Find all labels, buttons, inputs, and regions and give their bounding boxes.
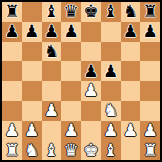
square-a3[interactable] bbox=[2, 101, 22, 121]
square-b3[interactable] bbox=[22, 101, 42, 121]
square-g8[interactable]: ♞ bbox=[121, 2, 141, 22]
square-d4[interactable] bbox=[61, 81, 81, 101]
black-pawn[interactable]: ♟ bbox=[103, 62, 118, 79]
square-d8[interactable]: ♛ bbox=[61, 2, 81, 22]
square-c1[interactable]: ♝ bbox=[42, 140, 62, 160]
square-c7[interactable]: ♟ bbox=[42, 22, 62, 42]
black-bishop[interactable]: ♝ bbox=[103, 3, 118, 20]
white-rook[interactable]: ♜ bbox=[4, 141, 19, 158]
chess-board: ♜♝♛♚♝♞♜♟♟♟♟♟♟♞♟♟♟♟♞♟♟♟♟♟♟♜♞♝♛♚♝♜ bbox=[2, 2, 160, 160]
square-h3[interactable] bbox=[140, 101, 160, 121]
square-f2[interactable]: ♟ bbox=[101, 121, 121, 141]
square-a1[interactable]: ♜ bbox=[2, 140, 22, 160]
black-pawn[interactable]: ♟ bbox=[44, 23, 59, 40]
white-bishop[interactable]: ♝ bbox=[44, 141, 59, 158]
white-bishop[interactable]: ♝ bbox=[103, 141, 118, 158]
white-king[interactable]: ♚ bbox=[83, 141, 98, 158]
black-pawn[interactable]: ♟ bbox=[83, 62, 98, 79]
square-b5[interactable] bbox=[22, 61, 42, 81]
square-a7[interactable]: ♟ bbox=[2, 22, 22, 42]
square-h8[interactable]: ♜ bbox=[140, 2, 160, 22]
square-c4[interactable] bbox=[42, 81, 62, 101]
square-d1[interactable]: ♛ bbox=[61, 140, 81, 160]
square-g7[interactable]: ♟ bbox=[121, 22, 141, 42]
square-c6[interactable]: ♞ bbox=[42, 42, 62, 62]
square-d6[interactable] bbox=[61, 42, 81, 62]
white-knight[interactable]: ♞ bbox=[24, 141, 39, 158]
square-g2[interactable]: ♟ bbox=[121, 121, 141, 141]
square-g3[interactable] bbox=[121, 101, 141, 121]
white-pawn[interactable]: ♟ bbox=[44, 102, 59, 119]
black-knight[interactable]: ♞ bbox=[123, 3, 138, 20]
square-h7[interactable]: ♟ bbox=[140, 22, 160, 42]
white-knight[interactable]: ♞ bbox=[103, 102, 118, 119]
black-rook[interactable]: ♜ bbox=[143, 3, 158, 20]
square-f7[interactable] bbox=[101, 22, 121, 42]
square-g1[interactable] bbox=[121, 140, 141, 160]
square-c3[interactable]: ♟ bbox=[42, 101, 62, 121]
square-g6[interactable] bbox=[121, 42, 141, 62]
black-pawn[interactable]: ♟ bbox=[4, 23, 19, 40]
white-pawn[interactable]: ♟ bbox=[4, 121, 19, 138]
square-d5[interactable] bbox=[61, 61, 81, 81]
white-pawn[interactable]: ♟ bbox=[64, 121, 79, 138]
square-f3[interactable]: ♞ bbox=[101, 101, 121, 121]
square-f5[interactable]: ♟ bbox=[101, 61, 121, 81]
square-e8[interactable]: ♚ bbox=[81, 2, 101, 22]
square-d7[interactable]: ♟ bbox=[61, 22, 81, 42]
chess-board-frame: ♜♝♛♚♝♞♜♟♟♟♟♟♟♞♟♟♟♟♞♟♟♟♟♟♟♜♞♝♛♚♝♜ bbox=[0, 0, 162, 162]
square-a2[interactable]: ♟ bbox=[2, 121, 22, 141]
black-pawn[interactable]: ♟ bbox=[24, 23, 39, 40]
square-e4[interactable]: ♟ bbox=[81, 81, 101, 101]
square-b7[interactable]: ♟ bbox=[22, 22, 42, 42]
square-e6[interactable] bbox=[81, 42, 101, 62]
white-pawn[interactable]: ♟ bbox=[24, 121, 39, 138]
square-d3[interactable] bbox=[61, 101, 81, 121]
square-f4[interactable] bbox=[101, 81, 121, 101]
square-b6[interactable] bbox=[22, 42, 42, 62]
square-c5[interactable] bbox=[42, 61, 62, 81]
square-f1[interactable]: ♝ bbox=[101, 140, 121, 160]
white-rook[interactable]: ♜ bbox=[143, 141, 158, 158]
white-queen[interactable]: ♛ bbox=[64, 141, 79, 158]
black-bishop[interactable]: ♝ bbox=[44, 3, 59, 20]
square-b4[interactable] bbox=[22, 81, 42, 101]
square-h2[interactable]: ♟ bbox=[140, 121, 160, 141]
square-e3[interactable] bbox=[81, 101, 101, 121]
black-king[interactable]: ♚ bbox=[83, 3, 98, 20]
square-e2[interactable] bbox=[81, 121, 101, 141]
black-pawn[interactable]: ♟ bbox=[143, 23, 158, 40]
white-pawn[interactable]: ♟ bbox=[83, 82, 98, 99]
white-pawn[interactable]: ♟ bbox=[123, 121, 138, 138]
square-h6[interactable] bbox=[140, 42, 160, 62]
square-e7[interactable] bbox=[81, 22, 101, 42]
square-a5[interactable] bbox=[2, 61, 22, 81]
square-b1[interactable]: ♞ bbox=[22, 140, 42, 160]
square-c8[interactable]: ♝ bbox=[42, 2, 62, 22]
square-e5[interactable]: ♟ bbox=[81, 61, 101, 81]
square-b8[interactable] bbox=[22, 2, 42, 22]
square-a8[interactable]: ♜ bbox=[2, 2, 22, 22]
square-e1[interactable]: ♚ bbox=[81, 140, 101, 160]
black-knight[interactable]: ♞ bbox=[44, 42, 59, 59]
square-a4[interactable] bbox=[2, 81, 22, 101]
square-c2[interactable] bbox=[42, 121, 62, 141]
square-a6[interactable] bbox=[2, 42, 22, 62]
square-f6[interactable] bbox=[101, 42, 121, 62]
white-pawn[interactable]: ♟ bbox=[103, 121, 118, 138]
black-pawn[interactable]: ♟ bbox=[64, 23, 79, 40]
square-f8[interactable]: ♝ bbox=[101, 2, 121, 22]
square-g4[interactable] bbox=[121, 81, 141, 101]
black-queen[interactable]: ♛ bbox=[64, 3, 79, 20]
square-h4[interactable] bbox=[140, 81, 160, 101]
black-rook[interactable]: ♜ bbox=[4, 3, 19, 20]
black-pawn[interactable]: ♟ bbox=[123, 23, 138, 40]
white-pawn[interactable]: ♟ bbox=[143, 121, 158, 138]
square-b2[interactable]: ♟ bbox=[22, 121, 42, 141]
square-h5[interactable] bbox=[140, 61, 160, 81]
square-d2[interactable]: ♟ bbox=[61, 121, 81, 141]
square-g5[interactable] bbox=[121, 61, 141, 81]
square-h1[interactable]: ♜ bbox=[140, 140, 160, 160]
